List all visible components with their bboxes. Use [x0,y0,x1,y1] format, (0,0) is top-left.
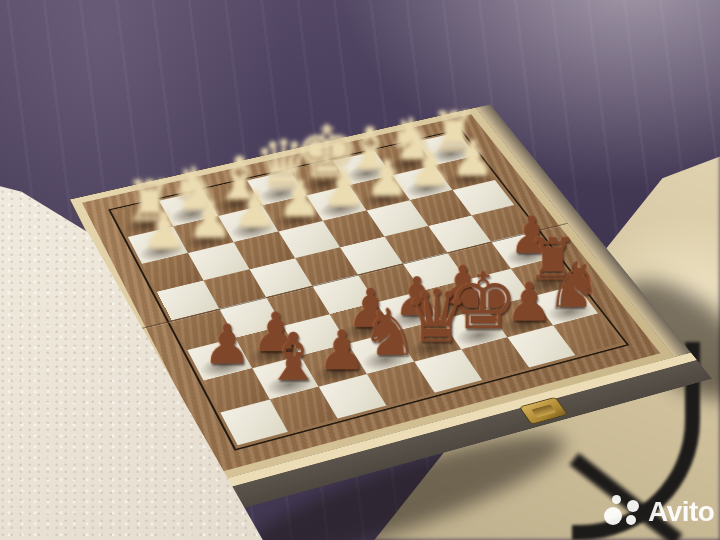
square-h7: ♞ [532,285,598,325]
photo-scene: ♜♞♝♛♚♝♞♜♟♟♟♟♟♟♟♟♟♟♟♟♟♟♜♝♟♞♛♚♟♞ Avito [0,0,720,540]
piece-shadow [167,202,216,226]
avito-logo-icon [603,494,643,530]
piece-shadow [226,217,276,241]
avito-watermark: Avito [603,494,714,530]
square-b4 [203,269,266,308]
avito-wordmark: Avito [648,496,714,528]
